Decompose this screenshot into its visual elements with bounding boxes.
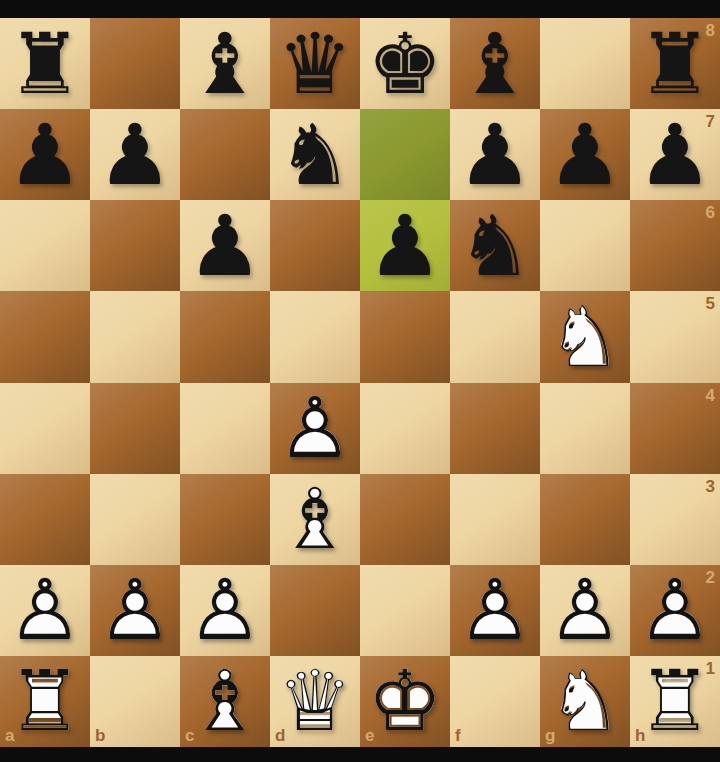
square-a6[interactable]	[0, 200, 90, 291]
square-d4[interactable]: ♟♙	[270, 383, 360, 474]
square-b3[interactable]	[90, 474, 180, 565]
piece-white-queen[interactable]: ♛♕	[270, 656, 360, 747]
square-c4[interactable]	[180, 383, 270, 474]
piece-white-knight[interactable]: ♞♘	[540, 291, 630, 382]
white-king-outline-icon: ♔	[360, 656, 450, 747]
black-pawn-icon: ♟	[540, 109, 630, 200]
piece-white-pawn[interactable]: ♟♙	[270, 383, 360, 474]
square-a2[interactable]: ♟♙	[0, 565, 90, 656]
piece-black-knight[interactable]: ♞	[450, 200, 540, 291]
square-d3[interactable]: ♝♗	[270, 474, 360, 565]
piece-black-knight[interactable]: ♞	[270, 109, 360, 200]
black-rook-icon: ♜	[630, 18, 720, 109]
square-g6[interactable]	[540, 200, 630, 291]
square-d2[interactable]	[270, 565, 360, 656]
square-b8[interactable]	[90, 18, 180, 109]
square-e6[interactable]: ♟	[360, 200, 450, 291]
white-pawn-outline-icon: ♙	[540, 565, 630, 656]
black-pawn-icon: ♟	[180, 200, 270, 291]
white-queen-outline-icon: ♕	[270, 656, 360, 747]
white-pawn-outline-icon: ♙	[450, 565, 540, 656]
square-b7[interactable]: ♟	[90, 109, 180, 200]
square-f1[interactable]: f	[450, 656, 540, 747]
square-e5[interactable]	[360, 291, 450, 382]
piece-white-king[interactable]: ♚♔	[360, 656, 450, 747]
square-h3[interactable]: 3	[630, 474, 720, 565]
piece-white-pawn[interactable]: ♟♙	[0, 565, 90, 656]
square-b2[interactable]: ♟♙	[90, 565, 180, 656]
white-bishop-outline-icon: ♗	[270, 474, 360, 565]
square-a1[interactable]: a♜♖	[0, 656, 90, 747]
square-a3[interactable]	[0, 474, 90, 565]
square-h7[interactable]: 7♟	[630, 109, 720, 200]
file-label-b: b	[95, 727, 105, 744]
black-knight-icon: ♞	[450, 200, 540, 291]
square-f5[interactable]	[450, 291, 540, 382]
square-f2[interactable]: ♟♙	[450, 565, 540, 656]
square-b1[interactable]: b	[90, 656, 180, 747]
piece-white-pawn[interactable]: ♟♙	[180, 565, 270, 656]
black-queen-icon: ♛	[270, 18, 360, 109]
square-c6[interactable]: ♟	[180, 200, 270, 291]
piece-white-pawn[interactable]: ♟♙	[450, 565, 540, 656]
square-e7[interactable]	[360, 109, 450, 200]
piece-black-king[interactable]: ♚	[360, 18, 450, 109]
square-g1[interactable]: g♞♘	[540, 656, 630, 747]
piece-black-rook[interactable]: ♜	[630, 18, 720, 109]
black-pawn-icon: ♟	[0, 109, 90, 200]
app-frame: ♜♝♛♚♝8♜♟♟♞♟♟7♟♟♟♞6♞♘5♟♙4♝♗3♟♙♟♙♟♙♟♙♟♙2♟♙…	[0, 0, 720, 762]
square-a7[interactable]: ♟	[0, 109, 90, 200]
black-pawn-icon: ♟	[450, 109, 540, 200]
rank-label-3: 3	[706, 478, 715, 495]
square-c5[interactable]	[180, 291, 270, 382]
piece-black-bishop[interactable]: ♝	[450, 18, 540, 109]
square-d8[interactable]: ♛	[270, 18, 360, 109]
square-b5[interactable]	[90, 291, 180, 382]
square-g2[interactable]: ♟♙	[540, 565, 630, 656]
white-rook-outline-icon: ♖	[630, 656, 720, 747]
piece-black-queen[interactable]: ♛	[270, 18, 360, 109]
square-c7[interactable]	[180, 109, 270, 200]
white-rook-outline-icon: ♖	[0, 656, 90, 747]
black-king-icon: ♚	[360, 18, 450, 109]
square-f6[interactable]: ♞	[450, 200, 540, 291]
square-h2[interactable]: 2♟♙	[630, 565, 720, 656]
black-pawn-icon: ♟	[90, 109, 180, 200]
white-knight-outline-icon: ♘	[540, 291, 630, 382]
square-b4[interactable]	[90, 383, 180, 474]
square-e8[interactable]: ♚	[360, 18, 450, 109]
white-pawn-outline-icon: ♙	[90, 565, 180, 656]
square-h4[interactable]: 4	[630, 383, 720, 474]
square-c2[interactable]: ♟♙	[180, 565, 270, 656]
square-a8[interactable]: ♜	[0, 18, 90, 109]
piece-black-pawn[interactable]: ♟	[180, 200, 270, 291]
piece-white-rook[interactable]: ♜♖	[0, 656, 90, 747]
piece-white-bishop[interactable]: ♝♗	[270, 474, 360, 565]
piece-white-bishop[interactable]: ♝♗	[180, 656, 270, 747]
black-rook-icon: ♜	[0, 18, 90, 109]
square-e2[interactable]	[360, 565, 450, 656]
piece-black-bishop[interactable]: ♝	[180, 18, 270, 109]
square-b6[interactable]	[90, 200, 180, 291]
square-d6[interactable]	[270, 200, 360, 291]
square-d7[interactable]: ♞	[270, 109, 360, 200]
square-c3[interactable]	[180, 474, 270, 565]
square-a4[interactable]	[0, 383, 90, 474]
piece-black-rook[interactable]: ♜	[0, 18, 90, 109]
piece-black-pawn[interactable]: ♟	[0, 109, 90, 200]
square-c8[interactable]: ♝	[180, 18, 270, 109]
piece-black-pawn[interactable]: ♟	[630, 109, 720, 200]
square-h8[interactable]: 8♜	[630, 18, 720, 109]
piece-black-pawn[interactable]: ♟	[360, 200, 450, 291]
rank-label-5: 5	[706, 295, 715, 312]
square-g5[interactable]: ♞♘	[540, 291, 630, 382]
piece-white-pawn[interactable]: ♟♙	[630, 565, 720, 656]
white-pawn-outline-icon: ♙	[270, 383, 360, 474]
square-a5[interactable]	[0, 291, 90, 382]
white-knight-outline-icon: ♘	[540, 656, 630, 747]
square-g4[interactable]	[540, 383, 630, 474]
letterbox-top	[0, 0, 720, 18]
square-g3[interactable]	[540, 474, 630, 565]
square-h1[interactable]: 1h♜♖	[630, 656, 720, 747]
square-d1[interactable]: d♛♕	[270, 656, 360, 747]
square-f8[interactable]: ♝	[450, 18, 540, 109]
square-f4[interactable]	[450, 383, 540, 474]
black-knight-icon: ♞	[270, 109, 360, 200]
piece-black-pawn[interactable]: ♟	[450, 109, 540, 200]
piece-white-knight[interactable]: ♞♘	[540, 656, 630, 747]
black-bishop-icon: ♝	[180, 18, 270, 109]
piece-black-pawn[interactable]: ♟	[90, 109, 180, 200]
white-pawn-outline-icon: ♙	[180, 565, 270, 656]
black-bishop-icon: ♝	[450, 18, 540, 109]
piece-white-pawn[interactable]: ♟♙	[90, 565, 180, 656]
square-g7[interactable]: ♟	[540, 109, 630, 200]
rank-label-4: 4	[706, 387, 715, 404]
square-e3[interactable]	[360, 474, 450, 565]
white-pawn-outline-icon: ♙	[630, 565, 720, 656]
square-e1[interactable]: e♚♔	[360, 656, 450, 747]
square-c1[interactable]: c♝♗	[180, 656, 270, 747]
file-label-f: f	[455, 727, 461, 744]
square-e4[interactable]	[360, 383, 450, 474]
rank-label-6: 6	[706, 204, 715, 221]
square-h6[interactable]: 6	[630, 200, 720, 291]
piece-white-rook[interactable]: ♜♖	[630, 656, 720, 747]
piece-black-pawn[interactable]: ♟	[540, 109, 630, 200]
square-h5[interactable]: 5	[630, 291, 720, 382]
square-f3[interactable]	[450, 474, 540, 565]
black-pawn-icon: ♟	[360, 200, 450, 291]
black-pawn-icon: ♟	[630, 109, 720, 200]
chess-board: ♜♝♛♚♝8♜♟♟♞♟♟7♟♟♟♞6♞♘5♟♙4♝♗3♟♙♟♙♟♙♟♙♟♙2♟♙…	[0, 18, 720, 747]
square-f7[interactable]: ♟	[450, 109, 540, 200]
white-bishop-outline-icon: ♗	[180, 656, 270, 747]
square-d5[interactable]	[270, 291, 360, 382]
square-g8[interactable]	[540, 18, 630, 109]
white-pawn-outline-icon: ♙	[0, 565, 90, 656]
piece-white-pawn[interactable]: ♟♙	[540, 565, 630, 656]
